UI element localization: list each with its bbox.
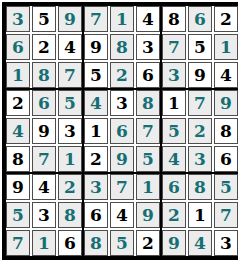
cell-r8c8[interactable]: 1 [188,202,212,228]
cell-r8c1[interactable]: 5 [6,202,30,228]
cell-r4c9[interactable]: 9 [214,90,238,116]
cell-r6c6[interactable]: 5 [136,146,160,172]
cell-r4c6[interactable]: 8 [136,90,160,116]
box-4: 265493871 [5,89,83,173]
cell-r1c4[interactable]: 7 [84,6,108,32]
cell-r3c1[interactable]: 1 [6,62,30,88]
cell-r5c8[interactable]: 2 [188,118,212,144]
cell-r8c5[interactable]: 4 [110,202,134,228]
cell-r6c4[interactable]: 2 [84,146,108,172]
cell-r2c6[interactable]: 3 [136,34,160,60]
cell-r7c3[interactable]: 2 [58,174,82,200]
cell-r5c6[interactable]: 7 [136,118,160,144]
cell-r2c1[interactable]: 6 [6,34,30,60]
box-7: 942538716 [5,173,83,257]
box-9: 685217943 [161,173,238,257]
cell-r4c3[interactable]: 5 [58,90,82,116]
cell-r7c7[interactable]: 6 [162,174,186,200]
box-8: 371649852 [83,173,161,257]
cell-r1c7[interactable]: 8 [162,6,186,32]
cell-r4c1[interactable]: 2 [6,90,30,116]
cell-r5c9[interactable]: 8 [214,118,238,144]
cell-r9c1[interactable]: 7 [6,230,30,256]
cell-r8c3[interactable]: 8 [58,202,82,228]
cell-r5c4[interactable]: 1 [84,118,108,144]
cell-r4c7[interactable]: 1 [162,90,186,116]
cell-r8c6[interactable]: 9 [136,202,160,228]
cell-r2c4[interactable]: 9 [84,34,108,60]
cell-r1c9[interactable]: 2 [214,6,238,32]
cell-r7c6[interactable]: 1 [136,174,160,200]
cell-r9c3[interactable]: 6 [58,230,82,256]
cell-r9c5[interactable]: 5 [110,230,134,256]
cell-r4c8[interactable]: 7 [188,90,212,116]
cell-r1c2[interactable]: 5 [32,6,56,32]
cell-r6c1[interactable]: 8 [6,146,30,172]
cell-r5c3[interactable]: 3 [58,118,82,144]
box-6: 179528436 [161,89,238,173]
box-2: 714983526 [83,5,161,89]
cell-r5c2[interactable]: 9 [32,118,56,144]
sudoku-board: 3596241877149835268627513942654938714381… [2,2,238,260]
cell-r2c2[interactable]: 2 [32,34,56,60]
cell-r7c1[interactable]: 9 [6,174,30,200]
cell-r6c8[interactable]: 3 [188,146,212,172]
cell-r7c8[interactable]: 8 [188,174,212,200]
cell-r3c4[interactable]: 5 [84,62,108,88]
cell-r9c8[interactable]: 4 [188,230,212,256]
box-3: 862751394 [161,5,238,89]
cell-r5c7[interactable]: 5 [162,118,186,144]
cell-r4c2[interactable]: 6 [32,90,56,116]
cell-r3c8[interactable]: 9 [188,62,212,88]
cell-r1c5[interactable]: 1 [110,6,134,32]
cell-r8c9[interactable]: 7 [214,202,238,228]
cell-r2c3[interactable]: 4 [58,34,82,60]
cell-r8c4[interactable]: 6 [84,202,108,228]
box-1: 359624187 [5,5,83,89]
cell-r7c2[interactable]: 4 [32,174,56,200]
cell-r6c9[interactable]: 6 [214,146,238,172]
cell-r7c5[interactable]: 7 [110,174,134,200]
cell-r2c7[interactable]: 7 [162,34,186,60]
cell-r6c7[interactable]: 4 [162,146,186,172]
cell-r9c9[interactable]: 3 [214,230,238,256]
cell-r8c2[interactable]: 3 [32,202,56,228]
cell-r6c3[interactable]: 1 [58,146,82,172]
cell-r1c8[interactable]: 6 [188,6,212,32]
cell-r1c3[interactable]: 9 [58,6,82,32]
cell-r4c5[interactable]: 3 [110,90,134,116]
cell-r6c2[interactable]: 7 [32,146,56,172]
cell-r2c8[interactable]: 5 [188,34,212,60]
cell-r3c5[interactable]: 2 [110,62,134,88]
cell-r7c9[interactable]: 5 [214,174,238,200]
box-5: 438167295 [83,89,161,173]
cell-r5c1[interactable]: 4 [6,118,30,144]
cell-r2c5[interactable]: 8 [110,34,134,60]
cell-r9c7[interactable]: 9 [162,230,186,256]
cell-r9c2[interactable]: 1 [32,230,56,256]
cell-r3c9[interactable]: 4 [214,62,238,88]
cell-r1c6[interactable]: 4 [136,6,160,32]
cell-r6c5[interactable]: 9 [110,146,134,172]
cell-r3c7[interactable]: 3 [162,62,186,88]
cell-r8c7[interactable]: 2 [162,202,186,228]
cell-r3c2[interactable]: 8 [32,62,56,88]
cell-r9c4[interactable]: 8 [84,230,108,256]
cell-r4c4[interactable]: 4 [84,90,108,116]
cell-r9c6[interactable]: 2 [136,230,160,256]
cell-r3c6[interactable]: 6 [136,62,160,88]
cell-r2c9[interactable]: 1 [214,34,238,60]
cell-r7c4[interactable]: 3 [84,174,108,200]
cell-r3c3[interactable]: 7 [58,62,82,88]
cell-r5c5[interactable]: 6 [110,118,134,144]
cell-r1c1[interactable]: 3 [6,6,30,32]
